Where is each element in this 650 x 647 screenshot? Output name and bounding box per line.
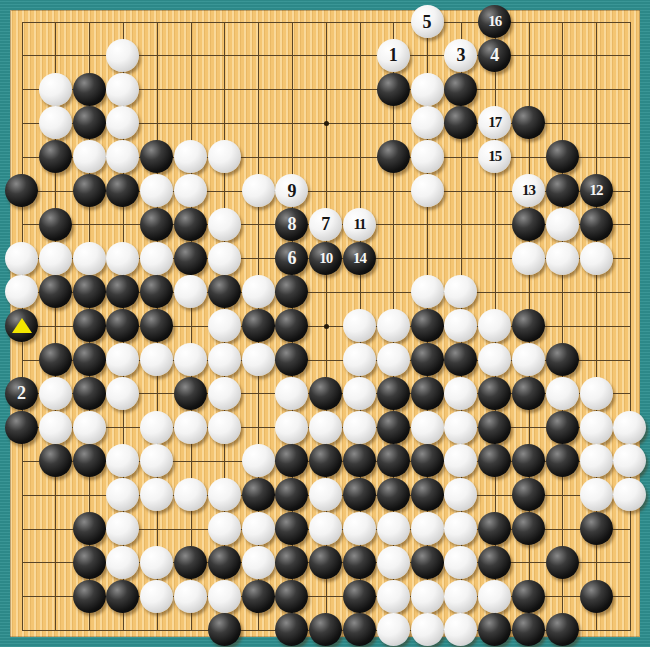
stone-black[interactable] bbox=[73, 546, 106, 579]
stone-black[interactable] bbox=[140, 208, 173, 241]
stone-white[interactable] bbox=[208, 208, 241, 241]
stone-black[interactable] bbox=[208, 275, 241, 308]
stone-black[interactable] bbox=[275, 546, 308, 579]
stone-black[interactable] bbox=[73, 377, 106, 410]
stone-white[interactable] bbox=[411, 73, 444, 106]
stone-white[interactable] bbox=[377, 512, 410, 545]
stone-black[interactable] bbox=[444, 343, 477, 376]
stone-black[interactable] bbox=[377, 140, 410, 173]
stone-black[interactable] bbox=[275, 512, 308, 545]
stone-white[interactable] bbox=[208, 580, 241, 613]
stone-black[interactable] bbox=[512, 208, 545, 241]
stone-black[interactable] bbox=[546, 174, 579, 207]
stone-black[interactable] bbox=[377, 478, 410, 511]
stone-white[interactable] bbox=[39, 411, 72, 444]
stone-white[interactable] bbox=[613, 444, 646, 477]
stone-black[interactable] bbox=[275, 478, 308, 511]
stone-white[interactable] bbox=[106, 140, 139, 173]
stone-white[interactable] bbox=[444, 444, 477, 477]
stone-white[interactable] bbox=[411, 411, 444, 444]
stone-black[interactable] bbox=[478, 377, 511, 410]
stone-white[interactable] bbox=[478, 309, 511, 342]
stone-white[interactable] bbox=[39, 73, 72, 106]
stone-black[interactable] bbox=[580, 580, 613, 613]
stone-white[interactable] bbox=[343, 377, 376, 410]
stone-white[interactable]: 11 bbox=[343, 208, 376, 241]
stone-white[interactable] bbox=[411, 512, 444, 545]
stone-black[interactable] bbox=[411, 444, 444, 477]
stone-black[interactable] bbox=[275, 309, 308, 342]
move-number-label: 15 bbox=[488, 149, 501, 164]
stone-black[interactable] bbox=[546, 613, 579, 646]
move-number-label: 16 bbox=[488, 14, 501, 29]
stone-black[interactable] bbox=[343, 546, 376, 579]
stone-white[interactable] bbox=[580, 377, 613, 410]
stone-black[interactable] bbox=[242, 580, 275, 613]
stone-white[interactable] bbox=[174, 411, 207, 444]
stone-white[interactable] bbox=[444, 411, 477, 444]
grid-line-vertical bbox=[562, 22, 563, 631]
stone-white[interactable] bbox=[174, 343, 207, 376]
stone-black[interactable] bbox=[478, 444, 511, 477]
stone-white[interactable] bbox=[377, 546, 410, 579]
stone-black[interactable] bbox=[106, 174, 139, 207]
move-number-label: 13 bbox=[522, 183, 535, 198]
stone-white[interactable] bbox=[444, 478, 477, 511]
stone-white[interactable] bbox=[444, 275, 477, 308]
stone-black[interactable] bbox=[73, 580, 106, 613]
stone-white[interactable] bbox=[309, 478, 342, 511]
stone-black[interactable]: 6 bbox=[275, 242, 308, 275]
stone-white[interactable] bbox=[411, 174, 444, 207]
stone-white[interactable] bbox=[411, 580, 444, 613]
stone-white[interactable] bbox=[242, 174, 275, 207]
stone-white[interactable] bbox=[411, 275, 444, 308]
stone-black[interactable] bbox=[275, 343, 308, 376]
stone-black[interactable] bbox=[343, 478, 376, 511]
stone-black[interactable] bbox=[343, 580, 376, 613]
stone-white[interactable] bbox=[208, 411, 241, 444]
stone-white[interactable] bbox=[5, 275, 38, 308]
stone-black[interactable] bbox=[73, 444, 106, 477]
grid-line-vertical bbox=[630, 22, 631, 631]
stone-white[interactable] bbox=[478, 580, 511, 613]
stone-white[interactable] bbox=[411, 613, 444, 646]
stone-white[interactable] bbox=[444, 377, 477, 410]
stone-white[interactable] bbox=[208, 377, 241, 410]
stone-black[interactable]: 8 bbox=[275, 208, 308, 241]
stone-black[interactable] bbox=[73, 343, 106, 376]
stone-white[interactable] bbox=[174, 174, 207, 207]
stone-white[interactable] bbox=[208, 242, 241, 275]
stone-black[interactable] bbox=[39, 444, 72, 477]
stone-white[interactable] bbox=[106, 242, 139, 275]
stone-black[interactable] bbox=[377, 444, 410, 477]
stone-black[interactable] bbox=[242, 309, 275, 342]
stone-black[interactable] bbox=[512, 444, 545, 477]
stone-white[interactable] bbox=[106, 512, 139, 545]
stone-black[interactable] bbox=[275, 580, 308, 613]
move-number-label: 9 bbox=[287, 182, 296, 200]
move-number-label: 14 bbox=[353, 251, 366, 266]
goban[interactable]: 5161341715913128711610142 bbox=[10, 10, 640, 637]
stone-black[interactable] bbox=[512, 580, 545, 613]
stone-white[interactable] bbox=[73, 242, 106, 275]
stone-black[interactable] bbox=[546, 444, 579, 477]
stone-white[interactable]: 7 bbox=[309, 208, 342, 241]
move-number-label: 3 bbox=[456, 46, 465, 64]
move-number-label: 4 bbox=[490, 46, 499, 64]
star-point bbox=[324, 121, 329, 126]
stone-black[interactable] bbox=[377, 411, 410, 444]
stone-black[interactable]: 2 bbox=[5, 377, 38, 410]
stone-black[interactable] bbox=[174, 242, 207, 275]
stone-black[interactable] bbox=[5, 174, 38, 207]
stone-white[interactable] bbox=[208, 140, 241, 173]
stone-black[interactable] bbox=[140, 275, 173, 308]
stone-black[interactable] bbox=[275, 275, 308, 308]
stone-white[interactable] bbox=[546, 377, 579, 410]
stone-white[interactable] bbox=[73, 411, 106, 444]
stone-black[interactable] bbox=[512, 478, 545, 511]
stone-black[interactable] bbox=[174, 208, 207, 241]
stone-black[interactable] bbox=[39, 343, 72, 376]
stone-black[interactable] bbox=[73, 106, 106, 139]
stone-white[interactable] bbox=[39, 106, 72, 139]
stone-white[interactable] bbox=[39, 377, 72, 410]
stone-white[interactable] bbox=[444, 546, 477, 579]
stone-black[interactable] bbox=[546, 546, 579, 579]
stone-white[interactable] bbox=[106, 39, 139, 72]
stone-white[interactable]: 1 bbox=[377, 39, 410, 72]
stone-white[interactable] bbox=[174, 580, 207, 613]
stone-white[interactable] bbox=[140, 546, 173, 579]
stone-white[interactable] bbox=[242, 512, 275, 545]
stone-white[interactable]: 5 bbox=[411, 5, 444, 38]
star-point bbox=[324, 324, 329, 329]
stone-black[interactable] bbox=[377, 377, 410, 410]
stone-black[interactable] bbox=[343, 444, 376, 477]
board-frame: 5161341715913128711610142 bbox=[0, 0, 650, 647]
stone-black[interactable] bbox=[73, 174, 106, 207]
stone-white[interactable]: 17 bbox=[478, 106, 511, 139]
stone-white[interactable]: 9 bbox=[275, 174, 308, 207]
move-number-label: 17 bbox=[488, 115, 501, 130]
stone-black[interactable]: 10 bbox=[309, 242, 342, 275]
stone-white[interactable]: 3 bbox=[444, 39, 477, 72]
stone-black[interactable] bbox=[546, 140, 579, 173]
stone-white[interactable] bbox=[343, 411, 376, 444]
stone-white[interactable] bbox=[377, 580, 410, 613]
stone-black[interactable] bbox=[106, 275, 139, 308]
stone-white[interactable] bbox=[275, 377, 308, 410]
stone-black[interactable] bbox=[73, 275, 106, 308]
stone-white[interactable] bbox=[377, 309, 410, 342]
stone-white[interactable] bbox=[309, 411, 342, 444]
stone-white[interactable] bbox=[174, 275, 207, 308]
stone-white[interactable] bbox=[444, 580, 477, 613]
stone-white[interactable] bbox=[208, 309, 241, 342]
stone-white[interactable] bbox=[106, 478, 139, 511]
stone-black[interactable] bbox=[309, 444, 342, 477]
move-number-label: 7 bbox=[321, 215, 330, 233]
stone-white[interactable] bbox=[411, 140, 444, 173]
stone-white[interactable] bbox=[106, 444, 139, 477]
stone-black[interactable]: 12 bbox=[580, 174, 613, 207]
stone-white[interactable] bbox=[208, 512, 241, 545]
stone-black[interactable] bbox=[309, 546, 342, 579]
move-number-label: 5 bbox=[423, 13, 432, 31]
stone-black[interactable] bbox=[546, 343, 579, 376]
stone-white[interactable] bbox=[444, 512, 477, 545]
stone-black[interactable] bbox=[208, 546, 241, 579]
stone-black[interactable] bbox=[106, 580, 139, 613]
stone-black[interactable] bbox=[275, 613, 308, 646]
stone-white[interactable] bbox=[580, 478, 613, 511]
stone-white[interactable] bbox=[140, 580, 173, 613]
stone-black[interactable] bbox=[444, 73, 477, 106]
stone-black[interactable] bbox=[309, 613, 342, 646]
stone-white[interactable] bbox=[512, 242, 545, 275]
stone-black[interactable] bbox=[478, 411, 511, 444]
stone-white[interactable] bbox=[613, 411, 646, 444]
stone-white[interactable] bbox=[208, 478, 241, 511]
stone-black[interactable] bbox=[174, 546, 207, 579]
move-number-label: 11 bbox=[353, 217, 365, 232]
stone-white[interactable] bbox=[343, 309, 376, 342]
stone-black[interactable] bbox=[39, 208, 72, 241]
stone-white[interactable] bbox=[140, 478, 173, 511]
stone-white[interactable] bbox=[140, 174, 173, 207]
stone-black[interactable] bbox=[411, 343, 444, 376]
stone-white[interactable] bbox=[512, 343, 545, 376]
stone-white[interactable] bbox=[546, 242, 579, 275]
stone-black[interactable] bbox=[444, 106, 477, 139]
stone-white[interactable] bbox=[106, 73, 139, 106]
stone-black[interactable] bbox=[275, 444, 308, 477]
stone-black[interactable] bbox=[546, 411, 579, 444]
stone-black[interactable] bbox=[208, 613, 241, 646]
stone-white[interactable] bbox=[343, 343, 376, 376]
stone-white[interactable] bbox=[174, 140, 207, 173]
stone-black[interactable] bbox=[343, 613, 376, 646]
stone-black[interactable] bbox=[478, 512, 511, 545]
stone-black[interactable]: 14 bbox=[343, 242, 376, 275]
stone-black[interactable] bbox=[5, 411, 38, 444]
stone-white[interactable] bbox=[613, 478, 646, 511]
stone-black[interactable] bbox=[512, 309, 545, 342]
stone-black[interactable] bbox=[512, 613, 545, 646]
stone-white[interactable] bbox=[275, 411, 308, 444]
stone-black[interactable] bbox=[512, 377, 545, 410]
stone-white[interactable] bbox=[377, 343, 410, 376]
stone-white[interactable]: 13 bbox=[512, 174, 545, 207]
stone-black[interactable] bbox=[242, 478, 275, 511]
move-number-label: 12 bbox=[590, 183, 603, 198]
stone-white[interactable]: 15 bbox=[478, 140, 511, 173]
move-number-label: 10 bbox=[319, 251, 332, 266]
stone-white[interactable] bbox=[242, 444, 275, 477]
stone-white[interactable] bbox=[208, 343, 241, 376]
stone-white[interactable] bbox=[106, 343, 139, 376]
stone-black[interactable] bbox=[39, 140, 72, 173]
stone-white[interactable] bbox=[5, 242, 38, 275]
stone-black[interactable] bbox=[106, 309, 139, 342]
stone-black[interactable] bbox=[411, 377, 444, 410]
stone-white[interactable] bbox=[580, 444, 613, 477]
stone-black[interactable] bbox=[411, 546, 444, 579]
stone-white[interactable] bbox=[580, 242, 613, 275]
stone-black[interactable]: 16 bbox=[478, 5, 511, 38]
stone-black[interactable] bbox=[73, 512, 106, 545]
stone-white[interactable] bbox=[174, 478, 207, 511]
stone-white[interactable] bbox=[411, 106, 444, 139]
stone-white[interactable] bbox=[73, 140, 106, 173]
stone-black[interactable] bbox=[580, 512, 613, 545]
stone-black[interactable] bbox=[377, 73, 410, 106]
stone-black[interactable] bbox=[512, 106, 545, 139]
stone-black[interactable] bbox=[140, 140, 173, 173]
stone-white[interactable] bbox=[580, 411, 613, 444]
stone-black[interactable] bbox=[73, 309, 106, 342]
stone-white[interactable] bbox=[140, 242, 173, 275]
triangle-marker bbox=[12, 318, 32, 333]
stone-white[interactable] bbox=[242, 275, 275, 308]
move-number-label: 8 bbox=[287, 215, 296, 233]
stone-white[interactable] bbox=[242, 546, 275, 579]
stone-white[interactable] bbox=[343, 512, 376, 545]
stone-white[interactable] bbox=[546, 208, 579, 241]
move-number-label: 1 bbox=[389, 46, 398, 64]
stone-white[interactable] bbox=[444, 613, 477, 646]
move-number-label: 2 bbox=[17, 384, 26, 402]
stone-white[interactable] bbox=[478, 343, 511, 376]
stone-white[interactable] bbox=[106, 106, 139, 139]
stone-white[interactable] bbox=[140, 444, 173, 477]
stone-white[interactable] bbox=[309, 512, 342, 545]
stone-black[interactable] bbox=[411, 478, 444, 511]
stone-white[interactable] bbox=[106, 377, 139, 410]
stone-black[interactable] bbox=[478, 613, 511, 646]
stone-white[interactable] bbox=[140, 343, 173, 376]
stone-black[interactable] bbox=[478, 546, 511, 579]
stone-white[interactable] bbox=[106, 546, 139, 579]
stone-black[interactable] bbox=[5, 309, 38, 342]
stone-black[interactable] bbox=[140, 309, 173, 342]
stone-black[interactable] bbox=[174, 377, 207, 410]
stone-black[interactable] bbox=[411, 309, 444, 342]
stone-black[interactable] bbox=[309, 377, 342, 410]
stone-black[interactable] bbox=[512, 512, 545, 545]
stone-black[interactable] bbox=[39, 275, 72, 308]
stone-black[interactable]: 4 bbox=[478, 39, 511, 72]
stone-white[interactable] bbox=[444, 309, 477, 342]
stone-black[interactable] bbox=[580, 208, 613, 241]
stone-black[interactable] bbox=[73, 73, 106, 106]
stone-white[interactable] bbox=[377, 613, 410, 646]
stone-white[interactable] bbox=[242, 343, 275, 376]
stone-white[interactable] bbox=[140, 411, 173, 444]
stone-white[interactable] bbox=[39, 242, 72, 275]
move-number-label: 6 bbox=[287, 249, 296, 267]
